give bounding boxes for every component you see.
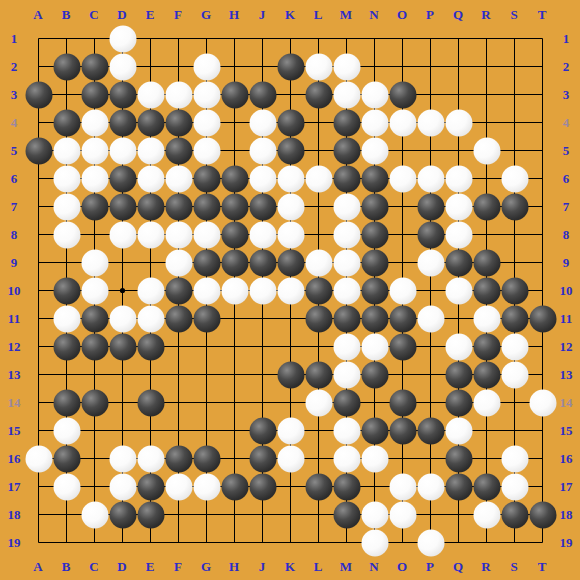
white-stone-L9[interactable] <box>305 249 332 276</box>
black-stone-L13[interactable] <box>305 361 332 388</box>
white-stone-B5[interactable] <box>53 137 80 164</box>
white-stone-Q8[interactable] <box>445 221 472 248</box>
row-label-right: 13 <box>560 368 573 381</box>
row-label-left: 5 <box>11 144 18 157</box>
white-stone-C5[interactable] <box>81 137 108 164</box>
white-stone-G5[interactable] <box>193 137 220 164</box>
white-stone-N19[interactable] <box>361 529 388 556</box>
white-stone-B15[interactable] <box>53 417 80 444</box>
white-stone-C9[interactable] <box>81 249 108 276</box>
white-stone-E8[interactable] <box>137 221 164 248</box>
white-stone-N12[interactable] <box>361 333 388 360</box>
black-stone-R9[interactable] <box>473 249 500 276</box>
column-label-top: J <box>259 8 266 21</box>
black-stone-P7[interactable] <box>417 193 444 220</box>
black-stone-L3[interactable] <box>305 81 332 108</box>
black-stone-E12[interactable] <box>137 333 164 360</box>
black-stone-K4[interactable] <box>277 109 304 136</box>
white-stone-M15[interactable] <box>333 417 360 444</box>
black-stone-C3[interactable] <box>81 81 108 108</box>
white-stone-O6[interactable] <box>389 165 416 192</box>
black-stone-T18[interactable] <box>529 501 556 528</box>
row-label-right: 2 <box>563 60 570 73</box>
black-stone-A5[interactable] <box>25 137 52 164</box>
white-stone-M12[interactable] <box>333 333 360 360</box>
row-label-right: 4 <box>563 116 570 129</box>
black-stone-O3[interactable] <box>389 81 416 108</box>
star-point <box>120 288 125 293</box>
white-stone-O17[interactable] <box>389 473 416 500</box>
black-stone-N10[interactable] <box>361 277 388 304</box>
black-stone-J17[interactable] <box>249 473 276 500</box>
white-stone-C6[interactable] <box>81 165 108 192</box>
white-stone-E3[interactable] <box>137 81 164 108</box>
row-label-right: 5 <box>563 144 570 157</box>
white-stone-F17[interactable] <box>165 473 192 500</box>
row-label-left: 8 <box>11 228 18 241</box>
black-stone-G9[interactable] <box>193 249 220 276</box>
column-label-top: A <box>33 8 42 21</box>
black-stone-Q13[interactable] <box>445 361 472 388</box>
white-stone-M13[interactable] <box>333 361 360 388</box>
column-label-bottom: P <box>426 560 434 573</box>
black-stone-N11[interactable] <box>361 305 388 332</box>
black-stone-M11[interactable] <box>333 305 360 332</box>
white-stone-R11[interactable] <box>473 305 500 332</box>
black-stone-H17[interactable] <box>221 473 248 500</box>
white-stone-N16[interactable] <box>361 445 388 472</box>
black-stone-F11[interactable] <box>165 305 192 332</box>
black-stone-C2[interactable] <box>81 53 108 80</box>
black-stone-D6[interactable] <box>109 165 136 192</box>
white-stone-M10[interactable] <box>333 277 360 304</box>
row-label-right: 18 <box>560 508 573 521</box>
white-stone-D5[interactable] <box>109 137 136 164</box>
black-stone-S11[interactable] <box>501 305 528 332</box>
column-label-top: P <box>426 8 434 21</box>
white-stone-S6[interactable] <box>501 165 528 192</box>
column-label-top: G <box>201 8 211 21</box>
white-stone-J6[interactable] <box>249 165 276 192</box>
white-stone-P19[interactable] <box>417 529 444 556</box>
white-stone-N18[interactable] <box>361 501 388 528</box>
white-stone-K10[interactable] <box>277 277 304 304</box>
white-stone-A16[interactable] <box>25 445 52 472</box>
black-stone-M14[interactable] <box>333 389 360 416</box>
column-label-bottom: H <box>229 560 239 573</box>
black-stone-K13[interactable] <box>277 361 304 388</box>
black-stone-J9[interactable] <box>249 249 276 276</box>
row-label-right: 9 <box>563 256 570 269</box>
row-label-left: 18 <box>8 508 21 521</box>
white-stone-C10[interactable] <box>81 277 108 304</box>
black-stone-J16[interactable] <box>249 445 276 472</box>
black-stone-E14[interactable] <box>137 389 164 416</box>
black-stone-B16[interactable] <box>53 445 80 472</box>
white-stone-M8[interactable] <box>333 221 360 248</box>
black-stone-A3[interactable] <box>25 81 52 108</box>
white-stone-P11[interactable] <box>417 305 444 332</box>
white-stone-N3[interactable] <box>361 81 388 108</box>
white-stone-E16[interactable] <box>137 445 164 472</box>
white-stone-K7[interactable] <box>277 193 304 220</box>
white-stone-S13[interactable] <box>501 361 528 388</box>
black-stone-H7[interactable] <box>221 193 248 220</box>
row-label-left: 11 <box>8 312 20 325</box>
black-stone-N8[interactable] <box>361 221 388 248</box>
column-label-top: R <box>481 8 490 21</box>
white-stone-F9[interactable] <box>165 249 192 276</box>
column-label-bottom: T <box>538 560 547 573</box>
white-stone-Q4[interactable] <box>445 109 472 136</box>
row-label-right: 14 <box>560 396 573 409</box>
column-label-top: F <box>174 8 182 21</box>
white-stone-J4[interactable] <box>249 109 276 136</box>
column-label-top: B <box>62 8 71 21</box>
black-stone-B2[interactable] <box>53 53 80 80</box>
black-stone-P8[interactable] <box>417 221 444 248</box>
black-stone-R7[interactable] <box>473 193 500 220</box>
black-stone-F7[interactable] <box>165 193 192 220</box>
row-label-left: 19 <box>8 536 21 549</box>
column-label-top: L <box>314 8 323 21</box>
white-stone-Q10[interactable] <box>445 277 472 304</box>
black-stone-H8[interactable] <box>221 221 248 248</box>
column-label-top: N <box>369 8 378 21</box>
black-stone-N9[interactable] <box>361 249 388 276</box>
black-stone-F16[interactable] <box>165 445 192 472</box>
row-label-left: 15 <box>8 424 21 437</box>
column-label-bottom: R <box>481 560 490 573</box>
row-label-right: 10 <box>560 284 573 297</box>
black-stone-C7[interactable] <box>81 193 108 220</box>
row-label-right: 12 <box>560 340 573 353</box>
black-stone-D4[interactable] <box>109 109 136 136</box>
row-label-left: 9 <box>11 256 18 269</box>
black-stone-Q9[interactable] <box>445 249 472 276</box>
row-label-right: 16 <box>560 452 573 465</box>
row-label-left: 14 <box>8 396 21 409</box>
white-stone-M3[interactable] <box>333 81 360 108</box>
column-label-bottom: N <box>369 560 378 573</box>
white-stone-P17[interactable] <box>417 473 444 500</box>
row-label-left: 10 <box>8 284 21 297</box>
column-label-top: D <box>117 8 126 21</box>
column-label-bottom: K <box>285 560 295 573</box>
black-stone-B10[interactable] <box>53 277 80 304</box>
white-stone-M7[interactable] <box>333 193 360 220</box>
white-stone-D8[interactable] <box>109 221 136 248</box>
black-stone-S18[interactable] <box>501 501 528 528</box>
black-stone-H6[interactable] <box>221 165 248 192</box>
white-stone-P9[interactable] <box>417 249 444 276</box>
row-label-left: 2 <box>11 60 18 73</box>
row-label-left: 1 <box>11 32 18 45</box>
white-stone-N5[interactable] <box>361 137 388 164</box>
black-stone-N6[interactable] <box>361 165 388 192</box>
row-label-left: 13 <box>8 368 21 381</box>
column-label-top: O <box>397 8 407 21</box>
white-stone-J10[interactable] <box>249 277 276 304</box>
white-stone-F6[interactable] <box>165 165 192 192</box>
black-stone-F5[interactable] <box>165 137 192 164</box>
black-stone-H3[interactable] <box>221 81 248 108</box>
white-stone-D16[interactable] <box>109 445 136 472</box>
column-label-bottom: S <box>510 560 517 573</box>
black-stone-D12[interactable] <box>109 333 136 360</box>
black-stone-E18[interactable] <box>137 501 164 528</box>
black-stone-G16[interactable] <box>193 445 220 472</box>
row-label-left: 12 <box>8 340 21 353</box>
row-label-left: 17 <box>8 480 21 493</box>
white-stone-E10[interactable] <box>137 277 164 304</box>
black-stone-B12[interactable] <box>53 333 80 360</box>
white-stone-B7[interactable] <box>53 193 80 220</box>
black-stone-Q17[interactable] <box>445 473 472 500</box>
white-stone-C4[interactable] <box>81 109 108 136</box>
black-stone-J7[interactable] <box>249 193 276 220</box>
column-label-top: H <box>229 8 239 21</box>
black-stone-F4[interactable] <box>165 109 192 136</box>
white-stone-B11[interactable] <box>53 305 80 332</box>
black-stone-M4[interactable] <box>333 109 360 136</box>
white-stone-N4[interactable] <box>361 109 388 136</box>
black-stone-R13[interactable] <box>473 361 500 388</box>
black-stone-K5[interactable] <box>277 137 304 164</box>
black-stone-M5[interactable] <box>333 137 360 164</box>
white-stone-K6[interactable] <box>277 165 304 192</box>
black-stone-R17[interactable] <box>473 473 500 500</box>
white-stone-R18[interactable] <box>473 501 500 528</box>
black-stone-D7[interactable] <box>109 193 136 220</box>
column-label-top: T <box>538 8 547 21</box>
white-stone-O4[interactable] <box>389 109 416 136</box>
black-stone-D18[interactable] <box>109 501 136 528</box>
row-label-right: 8 <box>563 228 570 241</box>
white-stone-B17[interactable] <box>53 473 80 500</box>
black-stone-C12[interactable] <box>81 333 108 360</box>
white-stone-J5[interactable] <box>249 137 276 164</box>
column-label-top: K <box>285 8 295 21</box>
black-stone-N7[interactable] <box>361 193 388 220</box>
black-stone-H9[interactable] <box>221 249 248 276</box>
row-label-left: 7 <box>11 200 18 213</box>
row-label-left: 3 <box>11 88 18 101</box>
column-label-top: M <box>340 8 352 21</box>
column-label-bottom: L <box>314 560 323 573</box>
white-stone-R5[interactable] <box>473 137 500 164</box>
go-board[interactable]: AABBCCDDEEFFGGHHJJKKLLMMNNOOPPQQRRSSTT11… <box>0 0 580 580</box>
black-stone-N13[interactable] <box>361 361 388 388</box>
white-stone-C18[interactable] <box>81 501 108 528</box>
black-stone-O15[interactable] <box>389 417 416 444</box>
white-stone-O10[interactable] <box>389 277 416 304</box>
white-stone-P6[interactable] <box>417 165 444 192</box>
black-stone-B14[interactable] <box>53 389 80 416</box>
black-stone-E17[interactable] <box>137 473 164 500</box>
column-label-bottom: A <box>33 560 42 573</box>
white-stone-P4[interactable] <box>417 109 444 136</box>
white-stone-D1[interactable] <box>109 25 136 52</box>
black-stone-K2[interactable] <box>277 53 304 80</box>
white-stone-J8[interactable] <box>249 221 276 248</box>
black-stone-F10[interactable] <box>165 277 192 304</box>
black-stone-G7[interactable] <box>193 193 220 220</box>
black-stone-C11[interactable] <box>81 305 108 332</box>
white-stone-E6[interactable] <box>137 165 164 192</box>
black-stone-G6[interactable] <box>193 165 220 192</box>
white-stone-K8[interactable] <box>277 221 304 248</box>
white-stone-E11[interactable] <box>137 305 164 332</box>
white-stone-B6[interactable] <box>53 165 80 192</box>
white-stone-R14[interactable] <box>473 389 500 416</box>
white-stone-G4[interactable] <box>193 109 220 136</box>
white-stone-M16[interactable] <box>333 445 360 472</box>
black-stone-O14[interactable] <box>389 389 416 416</box>
column-label-bottom: O <box>397 560 407 573</box>
column-label-bottom: B <box>62 560 71 573</box>
column-label-bottom: J <box>259 560 266 573</box>
row-label-right: 3 <box>563 88 570 101</box>
white-stone-L2[interactable] <box>305 53 332 80</box>
white-stone-Q15[interactable] <box>445 417 472 444</box>
row-label-left: 4 <box>11 116 18 129</box>
row-label-right: 1 <box>563 32 570 45</box>
black-stone-B4[interactable] <box>53 109 80 136</box>
black-stone-T11[interactable] <box>529 305 556 332</box>
white-stone-D2[interactable] <box>109 53 136 80</box>
white-stone-F8[interactable] <box>165 221 192 248</box>
row-label-left: 16 <box>8 452 21 465</box>
black-stone-N15[interactable] <box>361 417 388 444</box>
black-stone-E4[interactable] <box>137 109 164 136</box>
white-stone-L14[interactable] <box>305 389 332 416</box>
row-label-left: 6 <box>11 172 18 185</box>
row-label-right: 6 <box>563 172 570 185</box>
column-label-bottom: E <box>146 560 155 573</box>
white-stone-E5[interactable] <box>137 137 164 164</box>
column-label-bottom: M <box>340 560 352 573</box>
white-stone-B8[interactable] <box>53 221 80 248</box>
column-label-bottom: D <box>117 560 126 573</box>
black-stone-L10[interactable] <box>305 277 332 304</box>
black-stone-J3[interactable] <box>249 81 276 108</box>
black-stone-R10[interactable] <box>473 277 500 304</box>
black-stone-P15[interactable] <box>417 417 444 444</box>
black-stone-M6[interactable] <box>333 165 360 192</box>
black-stone-M17[interactable] <box>333 473 360 500</box>
black-stone-J15[interactable] <box>249 417 276 444</box>
column-label-bottom: G <box>201 560 211 573</box>
column-label-bottom: C <box>89 560 98 573</box>
white-stone-G8[interactable] <box>193 221 220 248</box>
black-stone-M18[interactable] <box>333 501 360 528</box>
black-stone-L17[interactable] <box>305 473 332 500</box>
black-stone-O12[interactable] <box>389 333 416 360</box>
white-stone-T14[interactable] <box>529 389 556 416</box>
column-label-top: S <box>510 8 517 21</box>
white-stone-S17[interactable] <box>501 473 528 500</box>
black-stone-K9[interactable] <box>277 249 304 276</box>
white-stone-L6[interactable] <box>305 165 332 192</box>
column-label-bottom: Q <box>453 560 463 573</box>
black-stone-D3[interactable] <box>109 81 136 108</box>
black-stone-S10[interactable] <box>501 277 528 304</box>
column-label-top: E <box>146 8 155 21</box>
black-stone-S7[interactable] <box>501 193 528 220</box>
white-stone-G10[interactable] <box>193 277 220 304</box>
column-label-bottom: F <box>174 560 182 573</box>
black-stone-C14[interactable] <box>81 389 108 416</box>
white-stone-Q7[interactable] <box>445 193 472 220</box>
white-stone-K15[interactable] <box>277 417 304 444</box>
white-stone-Q6[interactable] <box>445 165 472 192</box>
black-stone-R12[interactable] <box>473 333 500 360</box>
row-label-right: 15 <box>560 424 573 437</box>
white-stone-K16[interactable] <box>277 445 304 472</box>
black-stone-E7[interactable] <box>137 193 164 220</box>
white-stone-D11[interactable] <box>109 305 136 332</box>
white-stone-S12[interactable] <box>501 333 528 360</box>
black-stone-Q14[interactable] <box>445 389 472 416</box>
row-label-right: 17 <box>560 480 573 493</box>
black-stone-G11[interactable] <box>193 305 220 332</box>
white-stone-M2[interactable] <box>333 53 360 80</box>
row-label-right: 11 <box>560 312 572 325</box>
white-stone-H10[interactable] <box>221 277 248 304</box>
white-stone-G3[interactable] <box>193 81 220 108</box>
row-label-right: 19 <box>560 536 573 549</box>
white-stone-S16[interactable] <box>501 445 528 472</box>
column-label-top: C <box>89 8 98 21</box>
black-stone-O11[interactable] <box>389 305 416 332</box>
white-stone-G17[interactable] <box>193 473 220 500</box>
white-stone-G2[interactable] <box>193 53 220 80</box>
white-stone-M9[interactable] <box>333 249 360 276</box>
column-label-top: Q <box>453 8 463 21</box>
row-label-right: 7 <box>563 200 570 213</box>
white-stone-Q12[interactable] <box>445 333 472 360</box>
white-stone-F3[interactable] <box>165 81 192 108</box>
black-stone-Q16[interactable] <box>445 445 472 472</box>
white-stone-O18[interactable] <box>389 501 416 528</box>
black-stone-L11[interactable] <box>305 305 332 332</box>
white-stone-D17[interactable] <box>109 473 136 500</box>
